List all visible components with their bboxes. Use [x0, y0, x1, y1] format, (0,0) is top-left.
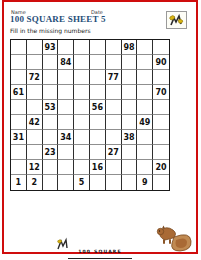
grid-cell-blank[interactable] [27, 85, 43, 100]
math-salamanders-logo [166, 11, 187, 29]
grid-cell-blank[interactable] [153, 40, 169, 55]
grid-cell-blank[interactable] [43, 160, 59, 175]
grid-cell-blank[interactable] [43, 70, 59, 85]
grid-cell-blank[interactable] [106, 130, 122, 145]
grid-cell-blank[interactable] [90, 40, 106, 55]
grid-cell-given: 56 [90, 100, 106, 115]
grid-cell-given: 49 [137, 115, 153, 130]
grid-cell-given: 90 [153, 55, 169, 70]
grid-cell-given: 5 [74, 175, 90, 190]
grid-cell-blank[interactable] [58, 100, 74, 115]
footer-series-label: 100 SQUARE [78, 249, 122, 254]
grid-cell-blank[interactable] [153, 175, 169, 190]
grid-cell-blank[interactable] [106, 160, 122, 175]
footer-divider [68, 258, 132, 259]
grid-cell-given: 2 [27, 175, 43, 190]
grid-cell-blank[interactable] [153, 145, 169, 160]
grid-cell-given: 84 [58, 55, 74, 70]
grid-cell-given: 93 [43, 40, 59, 55]
grid-cell-given: 61 [11, 85, 27, 100]
grid-cell-given: 16 [90, 160, 106, 175]
grid-cell-blank[interactable] [43, 175, 59, 190]
grid-cell-blank[interactable] [74, 130, 90, 145]
grid-cell-blank[interactable] [153, 130, 169, 145]
grid-cell-blank[interactable] [106, 40, 122, 55]
grid-cell-given: 42 [27, 115, 43, 130]
grid-cell-blank[interactable] [11, 115, 27, 130]
grid-cell-given: 23 [43, 145, 59, 160]
grid-cell-blank[interactable] [122, 160, 138, 175]
grid-cell-blank[interactable] [27, 145, 43, 160]
grid-cell-blank[interactable] [106, 85, 122, 100]
grid-cell-blank[interactable] [153, 115, 169, 130]
grid-cell-blank[interactable] [137, 145, 153, 160]
grid-cell-blank[interactable] [90, 130, 106, 145]
worksheet-page: { "game": "hundred-square (100 square) m… [0, 0, 201, 260]
grid-cell-blank[interactable] [106, 175, 122, 190]
grid-cell-blank[interactable] [74, 40, 90, 55]
grid-cell-blank[interactable] [43, 115, 59, 130]
grid-cell-blank[interactable] [11, 145, 27, 160]
grid-cell-blank[interactable] [106, 115, 122, 130]
grid-cell-given: 77 [106, 70, 122, 85]
grid-cell-blank[interactable] [137, 130, 153, 145]
grid-cell-blank[interactable] [74, 115, 90, 130]
grid-cell-given: 98 [122, 40, 138, 55]
grid-cell-blank[interactable] [58, 85, 74, 100]
grid-cell-blank[interactable] [58, 40, 74, 55]
grid-cell-given: 20 [153, 160, 169, 175]
grid-cell-blank[interactable] [137, 160, 153, 175]
grid-cell-blank[interactable] [58, 175, 74, 190]
grid-cell-given: 9 [137, 175, 153, 190]
grid-cell-blank[interactable] [27, 130, 43, 145]
grid-cell-blank[interactable] [153, 100, 169, 115]
grid-cell-given: 72 [27, 70, 43, 85]
grid-cell-blank[interactable] [90, 145, 106, 160]
grid-cell-blank[interactable] [27, 40, 43, 55]
grid-cell-given: 12 [27, 160, 43, 175]
grid-cell-blank[interactable] [122, 100, 138, 115]
grid-cell-blank[interactable] [74, 85, 90, 100]
grid-cell-blank[interactable] [27, 100, 43, 115]
grid-cell-blank[interactable] [153, 70, 169, 85]
grid-cell-given: 34 [58, 130, 74, 145]
grid-cell-blank[interactable] [74, 100, 90, 115]
grid-cell-blank[interactable] [137, 40, 153, 55]
squirrel-icon [154, 223, 194, 254]
grid-cell-blank[interactable] [58, 160, 74, 175]
grid-cell-given: 53 [43, 100, 59, 115]
grid-cell-blank[interactable] [11, 160, 27, 175]
grid-cell-blank[interactable] [90, 115, 106, 130]
grid-cell-blank[interactable] [137, 100, 153, 115]
grid-cell-blank[interactable] [122, 85, 138, 100]
grid-cell-given: 38 [122, 130, 138, 145]
squirrel-image [154, 223, 194, 254]
grid-cell-blank[interactable] [122, 55, 138, 70]
grid-cell-blank[interactable] [58, 115, 74, 130]
grid-cell-blank[interactable] [122, 145, 138, 160]
instructions-text: Fill in the missing numbers [10, 27, 91, 34]
grid-cell-blank[interactable] [74, 145, 90, 160]
grid-cell-blank[interactable] [90, 175, 106, 190]
grid-cell-blank[interactable] [137, 55, 153, 70]
grid-cell-blank[interactable] [74, 55, 90, 70]
grid-cell-blank[interactable] [74, 70, 90, 85]
grid-cell-blank[interactable] [43, 55, 59, 70]
grid-cell-given: 70 [153, 85, 169, 100]
grid-cell-blank[interactable] [11, 55, 27, 70]
grid-cell-blank[interactable] [137, 70, 153, 85]
grid-cell-blank[interactable] [137, 85, 153, 100]
footer-text-block: 100 SQUARE WWW.MATH-SALAMANDERS.COM [68, 238, 132, 260]
grid-cell-blank[interactable] [122, 175, 138, 190]
grid-cell-blank[interactable] [74, 160, 90, 175]
grid-cell-blank[interactable] [43, 130, 59, 145]
grid-cell-given: 1 [11, 175, 27, 190]
grid-cell-blank[interactable] [58, 70, 74, 85]
page-title: 100 SQUARE SHEET 5 [10, 14, 106, 24]
grid-cell-blank[interactable] [11, 100, 27, 115]
grid-cell-blank[interactable] [106, 55, 122, 70]
hundred-square-grid: 9398849072776170535642493134382327121620… [10, 39, 170, 191]
grid-cell-blank[interactable] [122, 115, 138, 130]
salamander-logo-icon [167, 12, 186, 28]
grid-cell-blank[interactable] [27, 55, 43, 70]
grid-cell-given: 27 [106, 145, 122, 160]
grid-cell-given: 31 [11, 130, 27, 145]
grid-cell-blank[interactable] [90, 55, 106, 70]
grid-cell-blank[interactable] [106, 100, 122, 115]
grid-cell-blank[interactable] [58, 145, 74, 160]
grid-cell-blank[interactable] [90, 85, 106, 100]
grid-cell-blank[interactable] [11, 70, 27, 85]
grid-cell-blank[interactable] [122, 70, 138, 85]
grid-cell-blank[interactable] [90, 70, 106, 85]
grid-cell-blank[interactable] [11, 40, 27, 55]
grid-cell-blank[interactable] [43, 85, 59, 100]
